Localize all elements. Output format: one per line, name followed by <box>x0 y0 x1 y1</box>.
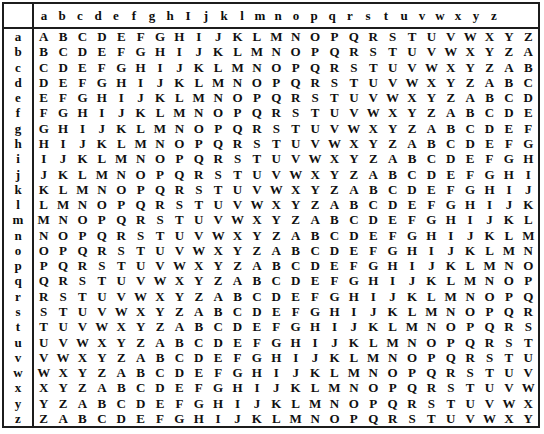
cipher-cell-r5c17: W <box>364 105 383 120</box>
cipher-cell-r24c1: Z <box>53 395 72 410</box>
cipher-cell-r12c24: K <box>499 212 518 227</box>
cipher-cell-r16c5: V <box>131 273 150 288</box>
cipher-cell-r17c8: Z <box>189 289 208 304</box>
key-letter-top-21: v <box>419 9 426 22</box>
cipher-cell-r14c20: I <box>422 243 441 258</box>
cipher-cell-r14c24: M <box>499 243 518 258</box>
cipher-cell-r23c9: G <box>208 380 227 395</box>
cipher-cell-r19c13: G <box>286 319 305 334</box>
cipher-cell-r22c18: O <box>383 365 402 380</box>
cipher-cell-r15c2: R <box>73 258 92 273</box>
key-letter-left-14: o <box>15 244 22 257</box>
cipher-cell-r1c0: B <box>34 44 53 59</box>
cipher-cell-r12c8: U <box>189 212 208 227</box>
cipher-cell-r23c16: N <box>344 380 363 395</box>
cipher-cell-r19c4: X <box>112 319 131 334</box>
cipher-cell-r21c8: D <box>189 350 208 365</box>
cipher-cell-r12c22: I <box>460 212 479 227</box>
cipher-cell-r7c17: Y <box>364 136 383 151</box>
cipher-cell-r17c25: Q <box>519 289 538 304</box>
cipher-cell-r10c6: Q <box>150 182 169 197</box>
cipher-cell-r14c23: L <box>480 243 499 258</box>
cipher-cell-r19c9: C <box>208 319 227 334</box>
cipher-cell-r21c20: P <box>422 350 441 365</box>
cipher-cell-r18c15: H <box>325 304 344 319</box>
cipher-cell-r5c0: F <box>34 105 53 120</box>
cipher-cell-r7c9: Q <box>208 136 227 151</box>
cipher-cell-r24c2: A <box>73 395 92 410</box>
cipher-cell-r8c19: B <box>402 151 421 166</box>
cipher-cell-r14c3: R <box>92 243 111 258</box>
cipher-cell-r13c5: S <box>131 228 150 243</box>
cipher-cell-r23c18: P <box>383 380 402 395</box>
cipher-cell-r21c18: N <box>383 350 402 365</box>
cipher-cell-r4c19: X <box>402 90 421 105</box>
cipher-cell-r4c16: U <box>344 90 363 105</box>
key-letter-left-15: p <box>14 259 21 272</box>
cipher-cell-r8c0: I <box>34 151 53 166</box>
cipher-cell-r11c19: E <box>402 197 421 212</box>
cipher-cell-r4c18: W <box>383 90 402 105</box>
cipher-cell-r11c4: P <box>112 197 131 212</box>
cipher-cell-r20c24: S <box>499 334 518 349</box>
cipher-cell-r17c4: V <box>112 289 131 304</box>
cipher-cell-r9c7: Q <box>170 166 189 181</box>
cipher-cell-r15c20: J <box>422 258 441 273</box>
cipher-cell-r10c2: M <box>73 182 92 197</box>
cipher-cell-r20c3: X <box>92 334 111 349</box>
cipher-cell-r23c11: I <box>247 380 266 395</box>
key-letter-left-18: s <box>15 305 20 318</box>
cipher-cell-r6c0: G <box>34 121 53 136</box>
cipher-cell-r25c5: E <box>131 411 150 426</box>
cipher-cell-r0c18: S <box>383 29 402 44</box>
cipher-cell-r15c6: V <box>150 258 169 273</box>
cipher-cell-r11c22: H <box>460 197 479 212</box>
cipher-cell-r18c18: K <box>383 304 402 319</box>
corner-cell <box>4 4 34 29</box>
cipher-cell-r10c12: W <box>267 182 286 197</box>
cipher-cell-r1c12: N <box>267 44 286 59</box>
cipher-cell-r14c6: U <box>150 243 169 258</box>
cipher-cell-r10c10: U <box>228 182 247 197</box>
cipher-cell-r13c12: Z <box>267 228 286 243</box>
cipher-cell-r11c2: N <box>73 197 92 212</box>
cipher-cell-r19c7: A <box>170 319 189 334</box>
cipher-cell-r4c9: N <box>208 90 227 105</box>
cipher-cell-r21c12: H <box>267 350 286 365</box>
cipher-cell-r13c0: N <box>34 228 53 243</box>
key-letter-left-19: t <box>16 320 20 333</box>
cipher-cell-r2c13: P <box>286 60 305 75</box>
cipher-cell-r11c13: Y <box>286 197 305 212</box>
cipher-cell-r4c8: M <box>189 90 208 105</box>
key-letter-top-23: x <box>455 9 462 22</box>
cipher-cell-r9c19: C <box>402 166 421 181</box>
cipher-cell-r9c17: A <box>364 166 383 181</box>
cipher-cell-r2c20: W <box>422 60 441 75</box>
cipher-cell-r16c4: U <box>112 273 131 288</box>
cipher-cell-r7c0: H <box>34 136 53 151</box>
cipher-cell-r6c4: K <box>112 121 131 136</box>
cipher-cell-r6c25: F <box>519 121 538 136</box>
key-letter-top-13: n <box>274 9 281 22</box>
cipher-cell-r11c14: Z <box>305 197 324 212</box>
cipher-cell-r8c15: X <box>325 151 344 166</box>
cipher-cell-r10c24: I <box>499 182 518 197</box>
key-letter-left-7: h <box>14 137 21 150</box>
cipher-cell-r2c7: J <box>170 60 189 75</box>
cipher-cell-r19c19: M <box>402 319 421 334</box>
cipher-cell-r12c15: B <box>325 212 344 227</box>
cipher-cell-r14c14: C <box>305 243 324 258</box>
cipher-cell-r3c7: K <box>170 75 189 90</box>
cipher-cell-r8c3: L <box>92 151 111 166</box>
cipher-cell-r12c19: F <box>402 212 421 227</box>
key-letter-top-19: t <box>384 9 388 22</box>
cipher-cell-r15c11: A <box>247 258 266 273</box>
cipher-cell-r24c9: H <box>208 395 227 410</box>
cipher-cell-r14c21: J <box>441 243 460 258</box>
cipher-cell-r19c24: R <box>499 319 518 334</box>
cipher-cell-r5c19: Y <box>402 105 421 120</box>
cipher-cell-r18c11: D <box>247 304 266 319</box>
cipher-cell-r6c17: X <box>364 121 383 136</box>
cipher-cell-r25c4: D <box>112 411 131 426</box>
cipher-cell-r19c10: D <box>228 319 247 334</box>
cipher-cell-r19c8: B <box>189 319 208 334</box>
cipher-cell-r14c0: O <box>34 243 53 258</box>
cipher-cell-r20c20: O <box>422 334 441 349</box>
cipher-cell-r19c17: K <box>364 319 383 334</box>
cipher-cell-r5c4: J <box>112 105 131 120</box>
cipher-cell-r1c5: G <box>131 44 150 59</box>
cipher-cell-r4c25: D <box>519 90 538 105</box>
cipher-cell-r21c14: J <box>305 350 324 365</box>
cipher-cell-r14c25: N <box>519 243 538 258</box>
cipher-cell-r19c22: P <box>460 319 479 334</box>
cipher-cell-r3c20: X <box>422 75 441 90</box>
cipher-cell-r18c12: E <box>267 304 286 319</box>
cipher-cell-r20c23: R <box>480 334 499 349</box>
cipher-cell-r10c14: Y <box>305 182 324 197</box>
cipher-cell-r1c1: C <box>53 44 72 59</box>
cipher-cell-r19c20: N <box>422 319 441 334</box>
cipher-cell-r0c7: H <box>170 29 189 44</box>
cipher-cell-r18c1: T <box>53 304 72 319</box>
cipher-cell-r6c18: Y <box>383 121 402 136</box>
cipher-cell-r22c3: Z <box>92 365 111 380</box>
cipher-cell-r13c4: R <box>112 228 131 243</box>
cipher-cell-r18c17: J <box>364 304 383 319</box>
cipher-cell-r10c16: A <box>344 182 363 197</box>
cipher-cell-r14c8: W <box>189 243 208 258</box>
cipher-cell-r11c23: I <box>480 197 499 212</box>
cipher-cell-r10c5: P <box>131 182 150 197</box>
cipher-cell-r7c4: L <box>112 136 131 151</box>
cipher-cell-r17c18: J <box>383 289 402 304</box>
cipher-cell-r23c5: C <box>131 380 150 395</box>
cipher-cell-r8c12: U <box>267 151 286 166</box>
cipher-cell-r4c14: S <box>305 90 324 105</box>
cipher-cell-r10c18: C <box>383 182 402 197</box>
cipher-cell-r22c25: V <box>519 365 538 380</box>
cipher-cell-r11c20: F <box>422 197 441 212</box>
key-letter-left-23: x <box>15 381 22 394</box>
cipher-cell-r25c10: J <box>228 411 247 426</box>
cipher-cell-r4c6: K <box>150 90 169 105</box>
cipher-cell-r18c19: L <box>402 304 421 319</box>
key-letter-left-25: z <box>15 412 21 425</box>
cipher-cell-r7c21: C <box>441 136 460 151</box>
cipher-cell-r22c23: T <box>480 365 499 380</box>
cipher-cell-r9c1: K <box>53 166 72 181</box>
cipher-cell-r10c3: N <box>92 182 111 197</box>
cipher-cell-r17c3: U <box>92 289 111 304</box>
cipher-cell-r18c20: M <box>422 304 441 319</box>
cipher-cell-r23c3: A <box>92 380 111 395</box>
cipher-cell-r6c1: H <box>53 121 72 136</box>
cipher-cell-r6c10: Q <box>228 121 247 136</box>
cipher-cell-r12c5: R <box>131 212 150 227</box>
cipher-cell-r19c14: H <box>305 319 324 334</box>
cipher-cell-r4c0: E <box>34 90 53 105</box>
cipher-cell-r3c1: E <box>53 75 72 90</box>
cipher-cell-r13c18: F <box>383 228 402 243</box>
cipher-cell-r7c3: K <box>92 136 111 151</box>
key-letter-left-20: u <box>14 336 21 349</box>
cipher-cell-r23c4: B <box>112 380 131 395</box>
cipher-cell-r3c19: W <box>402 75 421 90</box>
cipher-cell-r20c11: F <box>247 334 266 349</box>
key-letter-left-6: g <box>15 122 22 135</box>
cipher-cell-r23c20: R <box>422 380 441 395</box>
cipher-cell-r24c10: I <box>228 395 247 410</box>
key-letter-left-21: v <box>15 351 22 364</box>
cipher-cell-r24c14: M <box>305 395 324 410</box>
cipher-cell-r6c21: B <box>441 121 460 136</box>
cipher-cell-r22c7: D <box>170 365 189 380</box>
cipher-cell-r20c2: W <box>73 334 92 349</box>
cipher-cell-r16c1: R <box>53 273 72 288</box>
cipher-cell-r18c23: P <box>480 304 499 319</box>
cipher-cell-r1c17: S <box>364 44 383 59</box>
row-label-column: abcdefghijklmnopqrstuvwxyz <box>4 29 34 426</box>
cipher-cell-r12c6: S <box>150 212 169 227</box>
cipher-cell-r8c5: N <box>131 151 150 166</box>
cipher-cell-r16c11: B <box>247 273 266 288</box>
cipher-cell-r12c20: G <box>422 212 441 227</box>
cipher-cell-r5c21: A <box>441 105 460 120</box>
cipher-cell-r11c7: S <box>170 197 189 212</box>
cipher-cell-r4c12: Q <box>267 90 286 105</box>
cipher-cell-r11c6: R <box>150 197 169 212</box>
cipher-cell-r17c24: P <box>499 289 518 304</box>
cipher-cell-r20c21: P <box>441 334 460 349</box>
cipher-cell-r1c4: F <box>112 44 131 59</box>
cipher-cell-r15c19: I <box>402 258 421 273</box>
cipher-cell-r15c0: P <box>34 258 53 273</box>
key-letter-top-16: q <box>328 9 335 22</box>
cipher-cell-r7c8: P <box>189 136 208 151</box>
cipher-cell-r22c16: M <box>344 365 363 380</box>
cipher-cell-r22c24: U <box>499 365 518 380</box>
cipher-cell-r2c22: Y <box>460 60 479 75</box>
cipher-cell-r8c14: W <box>305 151 324 166</box>
cipher-cell-r3c8: L <box>189 75 208 90</box>
key-letter-top-11: l <box>240 9 244 22</box>
key-letter-left-3: d <box>14 76 21 89</box>
cipher-cell-r10c22: G <box>460 182 479 197</box>
cipher-cell-r24c25: X <box>519 395 538 410</box>
cipher-cell-r11c10: V <box>228 197 247 212</box>
cipher-cell-r15c23: M <box>480 258 499 273</box>
cipher-cell-r9c6: P <box>150 166 169 181</box>
cipher-cell-r4c5: J <box>131 90 150 105</box>
cipher-cell-r18c13: F <box>286 304 305 319</box>
cipher-cell-r17c5: W <box>131 289 150 304</box>
key-letter-top-7: h <box>166 9 173 22</box>
cipher-cell-r23c8: F <box>189 380 208 395</box>
cipher-cell-r21c15: K <box>325 350 344 365</box>
cipher-cell-r7c15: W <box>325 136 344 151</box>
cipher-cell-r0c3: D <box>92 29 111 44</box>
cipher-cell-r7c16: X <box>344 136 363 151</box>
cipher-cell-r9c5: O <box>131 166 150 181</box>
cipher-cell-r25c13: M <box>286 411 305 426</box>
key-letter-top-6: g <box>149 9 156 22</box>
cipher-cell-r11c21: G <box>441 197 460 212</box>
cipher-cell-r13c6: T <box>150 228 169 243</box>
cipher-cell-r24c0: Y <box>34 395 53 410</box>
cipher-cell-r19c5: Y <box>131 319 150 334</box>
cipher-cell-r15c14: D <box>305 258 324 273</box>
cipher-cell-r1c16: R <box>344 44 363 59</box>
cipher-cell-r4c23: B <box>480 90 499 105</box>
cipher-cell-r24c24: W <box>499 395 518 410</box>
cipher-cell-r5c2: H <box>73 105 92 120</box>
cipher-cell-r9c20: D <box>422 166 441 181</box>
cipher-cell-r22c22: S <box>460 365 479 380</box>
cipher-cell-r5c5: K <box>131 105 150 120</box>
cipher-cell-r2c18: U <box>383 60 402 75</box>
cipher-cell-r16c10: A <box>228 273 247 288</box>
cipher-cell-r9c16: Z <box>344 166 363 181</box>
cipher-cell-r21c6: B <box>150 350 169 365</box>
cipher-cell-r24c6: E <box>150 395 169 410</box>
cipher-cell-r17c1: S <box>53 289 72 304</box>
cipher-cell-r5c9: O <box>208 105 227 120</box>
cipher-cell-r11c0: L <box>34 197 53 212</box>
cipher-cell-r20c15: J <box>325 334 344 349</box>
cipher-cell-r3c15: S <box>325 75 344 90</box>
cipher-cell-r14c13: B <box>286 243 305 258</box>
cipher-cell-r22c19: P <box>402 365 421 380</box>
cipher-cell-r23c15: M <box>325 380 344 395</box>
cipher-cell-r23c19: Q <box>402 380 421 395</box>
key-letter-left-24: y <box>15 397 22 410</box>
cipher-cell-r11c8: T <box>189 197 208 212</box>
cipher-cell-r16c20: K <box>422 273 441 288</box>
cipher-cell-r11c15: A <box>325 197 344 212</box>
cipher-cell-r7c25: G <box>519 136 538 151</box>
cipher-cell-r4c15: T <box>325 90 344 105</box>
cipher-cell-r18c24: Q <box>499 304 518 319</box>
cipher-cell-r18c25: R <box>519 304 538 319</box>
cipher-cell-r17c2: T <box>73 289 92 304</box>
cipher-cell-r16c2: S <box>73 273 92 288</box>
cipher-cell-r3c3: G <box>92 75 111 90</box>
cipher-cell-r8c16: Y <box>344 151 363 166</box>
cipher-cell-r6c14: U <box>305 121 324 136</box>
cipher-cell-r2c19: V <box>402 60 421 75</box>
key-letter-top-2: c <box>77 9 83 22</box>
cipher-cell-r14c9: X <box>208 243 227 258</box>
cipher-cell-r10c20: E <box>422 182 441 197</box>
cipher-cell-r20c7: B <box>170 334 189 349</box>
cipher-cell-r3c22: Z <box>460 75 479 90</box>
cipher-cell-r3c18: V <box>383 75 402 90</box>
cipher-cell-r9c21: E <box>441 166 460 181</box>
cipher-cell-r13c11: Y <box>247 228 266 243</box>
cipher-cell-r4c10: O <box>228 90 247 105</box>
cipher-cell-r25c22: V <box>460 411 479 426</box>
cipher-cell-r1c7: I <box>170 44 189 59</box>
key-letter-top-9: j <box>204 9 208 22</box>
cipher-cell-r24c13: L <box>286 395 305 410</box>
cipher-cell-r10c13: X <box>286 182 305 197</box>
cipher-cell-r14c1: P <box>53 243 72 258</box>
cipher-cell-r18c7: Z <box>170 304 189 319</box>
cipher-cell-r20c22: Q <box>460 334 479 349</box>
cipher-cell-r21c2: X <box>73 350 92 365</box>
cipher-cell-r25c0: Z <box>34 411 53 426</box>
cipher-cell-r9c9: S <box>208 166 227 181</box>
cipher-cell-r17c23: O <box>480 289 499 304</box>
cipher-cell-r8c6: O <box>150 151 169 166</box>
cipher-cell-r19c23: Q <box>480 319 499 334</box>
cipher-cell-r13c23: K <box>480 228 499 243</box>
key-letter-left-2: c <box>15 61 21 74</box>
cipher-cell-r13c3: Q <box>92 228 111 243</box>
cipher-cell-r14c15: D <box>325 243 344 258</box>
cipher-cell-r11c3: O <box>92 197 111 212</box>
cipher-cell-r4c22: A <box>460 90 479 105</box>
cipher-cell-r21c13: I <box>286 350 305 365</box>
cipher-cell-r20c9: D <box>208 334 227 349</box>
cipher-cell-r20c14: I <box>305 334 324 349</box>
cipher-cell-r9c22: F <box>460 166 479 181</box>
cipher-cell-r6c3: J <box>92 121 111 136</box>
cipher-cell-r3c14: R <box>305 75 324 90</box>
cipher-cell-r2c0: C <box>34 60 53 75</box>
cipher-cell-r0c1: B <box>53 29 72 44</box>
cipher-cell-r16c16: G <box>344 273 363 288</box>
cipher-cell-r23c13: K <box>286 380 305 395</box>
cipher-cell-r14c10: Y <box>228 243 247 258</box>
cipher-cell-r3c12: P <box>267 75 286 90</box>
cipher-cell-r13c20: H <box>422 228 441 243</box>
cipher-cell-r8c22: E <box>460 151 479 166</box>
cipher-cell-r2c25: B <box>519 60 538 75</box>
cipher-cell-r7c19: A <box>402 136 421 151</box>
cipher-cell-r3c23: A <box>480 75 499 90</box>
cipher-cell-r21c3: Y <box>92 350 111 365</box>
cipher-cell-r9c18: B <box>383 166 402 181</box>
cipher-cell-r4c21: Z <box>441 90 460 105</box>
cipher-cell-r16c8: Y <box>189 273 208 288</box>
cipher-cell-r4c7: L <box>170 90 189 105</box>
